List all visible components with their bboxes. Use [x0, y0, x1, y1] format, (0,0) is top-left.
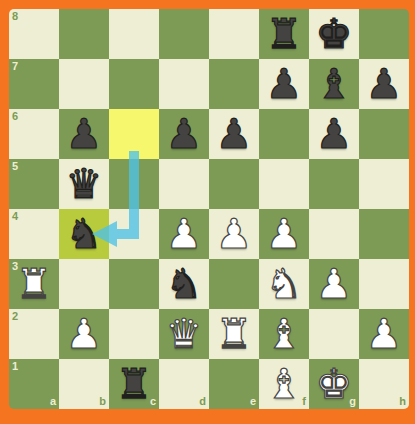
- square-g1[interactable]: g♚: [309, 359, 359, 409]
- square-d1[interactable]: d: [159, 359, 209, 409]
- square-d6[interactable]: ♟: [159, 109, 209, 159]
- square-c2[interactable]: [109, 309, 159, 359]
- square-a3[interactable]: 3♜: [9, 259, 59, 309]
- square-c7[interactable]: [109, 59, 159, 109]
- square-d5[interactable]: [159, 159, 209, 209]
- rank-label-6: 6: [12, 110, 18, 123]
- rank-label-2: 2: [12, 310, 18, 323]
- square-b1[interactable]: b: [59, 359, 109, 409]
- black-knight[interactable]: ♞: [59, 209, 109, 259]
- white-bishop[interactable]: ♝: [259, 359, 309, 409]
- square-f7[interactable]: ♟: [259, 59, 309, 109]
- black-pawn[interactable]: ♟: [359, 59, 409, 109]
- square-e6[interactable]: ♟: [209, 109, 259, 159]
- square-e3[interactable]: [209, 259, 259, 309]
- square-f3[interactable]: ♞: [259, 259, 309, 309]
- square-a1[interactable]: 1a: [9, 359, 59, 409]
- black-rook[interactable]: ♜: [109, 359, 159, 409]
- square-b2[interactable]: ♟: [59, 309, 109, 359]
- black-knight[interactable]: ♞: [159, 259, 209, 309]
- square-e5[interactable]: [209, 159, 259, 209]
- file-label-h: h: [399, 395, 406, 408]
- square-g2[interactable]: [309, 309, 359, 359]
- chess-board[interactable]: 8♜♚7♟♝♟6♟♟♟♟5♛4♞♟♟♟3♜♞♞♟2♟♛♜♝♟1abc♜def♝g…: [9, 9, 409, 409]
- square-g4[interactable]: [309, 209, 359, 259]
- file-label-b: b: [99, 395, 106, 408]
- square-f4[interactable]: ♟: [259, 209, 309, 259]
- white-pawn[interactable]: ♟: [309, 259, 359, 309]
- square-a7[interactable]: 7: [9, 59, 59, 109]
- square-g6[interactable]: ♟: [309, 109, 359, 159]
- white-pawn[interactable]: ♟: [209, 209, 259, 259]
- square-h2[interactable]: ♟: [359, 309, 409, 359]
- square-a5[interactable]: 5: [9, 159, 59, 209]
- square-d4[interactable]: ♟: [159, 209, 209, 259]
- square-g8[interactable]: ♚: [309, 9, 359, 59]
- square-c3[interactable]: [109, 259, 159, 309]
- square-h3[interactable]: [359, 259, 409, 309]
- square-h7[interactable]: ♟: [359, 59, 409, 109]
- square-d2[interactable]: ♛: [159, 309, 209, 359]
- square-d7[interactable]: [159, 59, 209, 109]
- white-pawn[interactable]: ♟: [259, 209, 309, 259]
- white-king[interactable]: ♚: [309, 359, 359, 409]
- square-h1[interactable]: h: [359, 359, 409, 409]
- square-b3[interactable]: [59, 259, 109, 309]
- white-rook[interactable]: ♜: [209, 309, 259, 359]
- square-f2[interactable]: ♝: [259, 309, 309, 359]
- square-a6[interactable]: 6: [9, 109, 59, 159]
- rank-label-4: 4: [12, 210, 18, 223]
- square-h5[interactable]: [359, 159, 409, 209]
- square-c8[interactable]: [109, 9, 159, 59]
- square-e2[interactable]: ♜: [209, 309, 259, 359]
- file-label-d: d: [199, 395, 206, 408]
- rank-label-1: 1: [12, 360, 18, 373]
- black-pawn[interactable]: ♟: [309, 109, 359, 159]
- square-b7[interactable]: [59, 59, 109, 109]
- square-b5[interactable]: ♛: [59, 159, 109, 209]
- white-pawn[interactable]: ♟: [159, 209, 209, 259]
- square-c4[interactable]: [109, 209, 159, 259]
- rank-label-8: 8: [12, 10, 18, 23]
- white-knight[interactable]: ♞: [259, 259, 309, 309]
- square-f1[interactable]: f♝: [259, 359, 309, 409]
- black-pawn[interactable]: ♟: [159, 109, 209, 159]
- square-a4[interactable]: 4: [9, 209, 59, 259]
- black-pawn[interactable]: ♟: [259, 59, 309, 109]
- square-f5[interactable]: [259, 159, 309, 209]
- square-c6[interactable]: [109, 109, 159, 159]
- black-bishop[interactable]: ♝: [309, 59, 359, 109]
- square-g3[interactable]: ♟: [309, 259, 359, 309]
- white-pawn[interactable]: ♟: [359, 309, 409, 359]
- square-c1[interactable]: c♜: [109, 359, 159, 409]
- black-pawn[interactable]: ♟: [209, 109, 259, 159]
- square-b8[interactable]: [59, 9, 109, 59]
- black-king[interactable]: ♚: [309, 9, 359, 59]
- square-a2[interactable]: 2: [9, 309, 59, 359]
- square-b4[interactable]: ♞: [59, 209, 109, 259]
- square-f8[interactable]: ♜: [259, 9, 309, 59]
- black-rook[interactable]: ♜: [259, 9, 309, 59]
- square-e7[interactable]: [209, 59, 259, 109]
- file-label-a: a: [50, 395, 56, 408]
- square-g7[interactable]: ♝: [309, 59, 359, 109]
- square-e8[interactable]: [209, 9, 259, 59]
- square-a8[interactable]: 8: [9, 9, 59, 59]
- file-label-e: e: [250, 395, 256, 408]
- square-h8[interactable]: [359, 9, 409, 59]
- black-pawn[interactable]: ♟: [59, 109, 109, 159]
- white-bishop[interactable]: ♝: [259, 309, 309, 359]
- rank-label-7: 7: [12, 60, 18, 73]
- square-c5[interactable]: [109, 159, 159, 209]
- rank-label-5: 5: [12, 160, 18, 173]
- square-h4[interactable]: [359, 209, 409, 259]
- square-d3[interactable]: ♞: [159, 259, 209, 309]
- square-f6[interactable]: [259, 109, 309, 159]
- square-e4[interactable]: ♟: [209, 209, 259, 259]
- black-queen[interactable]: ♛: [59, 159, 109, 209]
- square-e1[interactable]: e: [209, 359, 259, 409]
- white-queen[interactable]: ♛: [159, 309, 209, 359]
- square-d8[interactable]: [159, 9, 209, 59]
- white-rook[interactable]: ♜: [9, 259, 59, 309]
- square-b6[interactable]: ♟: [59, 109, 109, 159]
- square-h6[interactable]: [359, 109, 409, 159]
- square-g5[interactable]: [309, 159, 359, 209]
- white-pawn[interactable]: ♟: [59, 309, 109, 359]
